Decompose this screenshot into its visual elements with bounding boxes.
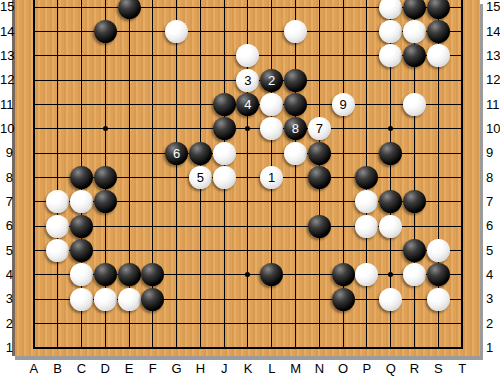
intersection-B7[interactable] xyxy=(46,190,70,214)
intersection-B9[interactable] xyxy=(46,141,70,165)
intersection-D2[interactable] xyxy=(93,311,117,335)
intersection-T15[interactable] xyxy=(450,0,474,19)
intersection-H3[interactable] xyxy=(188,287,212,311)
intersection-G6[interactable] xyxy=(165,214,189,238)
intersection-K7[interactable] xyxy=(236,190,260,214)
intersection-R3[interactable] xyxy=(403,287,427,311)
intersection-A7[interactable] xyxy=(22,190,46,214)
intersection-F8[interactable] xyxy=(141,165,165,189)
intersection-C2[interactable] xyxy=(70,311,94,335)
intersection-E14[interactable] xyxy=(117,19,141,43)
intersection-D14[interactable] xyxy=(93,19,117,43)
intersection-M1[interactable] xyxy=(284,336,308,360)
intersection-D4[interactable] xyxy=(93,263,117,287)
intersection-N3[interactable] xyxy=(307,287,331,311)
intersection-E8[interactable] xyxy=(117,165,141,189)
intersection-K9[interactable] xyxy=(236,141,260,165)
intersection-G2[interactable] xyxy=(165,311,189,335)
intersection-J9[interactable] xyxy=(212,141,236,165)
intersection-P7[interactable] xyxy=(355,190,379,214)
intersection-G15[interactable] xyxy=(165,0,189,19)
intersection-N8[interactable] xyxy=(307,165,331,189)
intersection-H10[interactable] xyxy=(188,117,212,141)
stone-white-P6 xyxy=(355,215,378,238)
intersection-A3[interactable] xyxy=(22,287,46,311)
intersection-Q14[interactable] xyxy=(379,19,403,43)
intersection-Q2[interactable] xyxy=(379,311,403,335)
intersection-T7[interactable] xyxy=(450,190,474,214)
intersection-F15[interactable] xyxy=(141,0,165,19)
intersection-R11[interactable] xyxy=(403,92,427,116)
intersection-K15[interactable] xyxy=(236,0,260,19)
intersection-L7[interactable] xyxy=(260,190,284,214)
intersection-F4[interactable] xyxy=(141,263,165,287)
intersection-D3[interactable] xyxy=(93,287,117,311)
intersection-P10[interactable] xyxy=(355,117,379,141)
intersection-H11[interactable] xyxy=(188,92,212,116)
intersection-P2[interactable] xyxy=(355,311,379,335)
intersection-E6[interactable] xyxy=(117,214,141,238)
intersection-N1[interactable] xyxy=(307,336,331,360)
intersection-S12[interactable] xyxy=(426,68,450,92)
intersection-L15[interactable] xyxy=(260,0,284,19)
intersection-H6[interactable] xyxy=(188,214,212,238)
intersection-B6[interactable] xyxy=(46,214,70,238)
stone-white-J9 xyxy=(213,142,236,165)
intersection-C8[interactable] xyxy=(70,165,94,189)
intersection-O9[interactable] xyxy=(331,141,355,165)
intersection-Q3[interactable] xyxy=(379,287,403,311)
intersection-B5[interactable] xyxy=(46,238,70,262)
intersection-J2[interactable] xyxy=(212,311,236,335)
intersection-L11[interactable] xyxy=(260,92,284,116)
intersection-G4[interactable] xyxy=(165,263,189,287)
intersection-G11[interactable] xyxy=(165,92,189,116)
intersection-C4[interactable] xyxy=(70,263,94,287)
intersection-Q11[interactable] xyxy=(379,92,403,116)
intersection-M14[interactable] xyxy=(284,19,308,43)
column-label-R: R xyxy=(405,361,425,377)
intersection-H7[interactable] xyxy=(188,190,212,214)
intersection-H14[interactable] xyxy=(188,19,212,43)
intersection-P12[interactable] xyxy=(355,68,379,92)
intersection-E15[interactable] xyxy=(117,0,141,19)
intersection-S13[interactable] xyxy=(426,44,450,68)
intersection-G12[interactable] xyxy=(165,68,189,92)
stone-black-D8 xyxy=(94,166,117,189)
intersection-B3[interactable] xyxy=(46,287,70,311)
move-number-label: 6 xyxy=(173,147,180,160)
intersection-Q5[interactable] xyxy=(379,238,403,262)
intersection-N13[interactable] xyxy=(307,44,331,68)
intersection-H12[interactable] xyxy=(188,68,212,92)
intersection-C12[interactable] xyxy=(70,68,94,92)
intersection-N7[interactable] xyxy=(307,190,331,214)
intersection-S2[interactable] xyxy=(426,311,450,335)
intersection-C15[interactable] xyxy=(70,0,94,19)
intersection-J13[interactable] xyxy=(212,44,236,68)
intersection-F12[interactable] xyxy=(141,68,165,92)
intersection-R15[interactable] xyxy=(403,0,427,19)
intersection-P4[interactable] xyxy=(355,263,379,287)
intersection-F6[interactable] xyxy=(141,214,165,238)
intersection-M2[interactable] xyxy=(284,311,308,335)
intersection-P11[interactable] xyxy=(355,92,379,116)
intersection-M13[interactable] xyxy=(284,44,308,68)
intersection-T5[interactable] xyxy=(450,238,474,262)
intersection-H1[interactable] xyxy=(188,336,212,360)
intersection-T10[interactable] xyxy=(450,117,474,141)
intersection-A12[interactable] xyxy=(22,68,46,92)
intersection-P1[interactable] xyxy=(355,336,379,360)
intersection-F5[interactable] xyxy=(141,238,165,262)
intersection-L12[interactable]: 2 xyxy=(260,68,284,92)
column-label-L: L xyxy=(262,361,282,377)
intersection-B2[interactable] xyxy=(46,311,70,335)
intersection-M5[interactable] xyxy=(284,238,308,262)
intersection-D7[interactable] xyxy=(93,190,117,214)
intersection-J4[interactable] xyxy=(212,263,236,287)
intersection-K10[interactable] xyxy=(236,117,260,141)
intersection-P15[interactable] xyxy=(355,0,379,19)
intersection-O10[interactable] xyxy=(331,117,355,141)
intersection-A1[interactable] xyxy=(22,336,46,360)
intersection-J7[interactable] xyxy=(212,190,236,214)
intersection-D10[interactable] xyxy=(93,117,117,141)
intersection-O11[interactable]: 9 xyxy=(331,92,355,116)
intersection-L14[interactable] xyxy=(260,19,284,43)
intersection-F9[interactable] xyxy=(141,141,165,165)
intersection-M15[interactable] xyxy=(284,0,308,19)
intersection-E1[interactable] xyxy=(117,336,141,360)
intersection-S9[interactable] xyxy=(426,141,450,165)
intersection-B13[interactable] xyxy=(46,44,70,68)
intersection-E2[interactable] xyxy=(117,311,141,335)
intersection-K6[interactable] xyxy=(236,214,260,238)
intersection-J11[interactable] xyxy=(212,92,236,116)
intersection-D15[interactable] xyxy=(93,0,117,19)
intersection-F14[interactable] xyxy=(141,19,165,43)
intersection-C6[interactable] xyxy=(70,214,94,238)
intersection-P6[interactable] xyxy=(355,214,379,238)
intersection-K4[interactable] xyxy=(236,263,260,287)
column-label-T: T xyxy=(452,361,472,377)
intersection-A4[interactable] xyxy=(22,263,46,287)
intersection-L9[interactable] xyxy=(260,141,284,165)
intersection-L6[interactable] xyxy=(260,214,284,238)
intersection-J1[interactable] xyxy=(212,336,236,360)
intersection-R8[interactable] xyxy=(403,165,427,189)
intersection-T11[interactable] xyxy=(450,92,474,116)
intersection-N6[interactable] xyxy=(307,214,331,238)
intersection-O14[interactable] xyxy=(331,19,355,43)
intersection-R9[interactable] xyxy=(403,141,427,165)
intersection-C13[interactable] xyxy=(70,44,94,68)
intersection-R6[interactable] xyxy=(403,214,427,238)
intersection-H13[interactable] xyxy=(188,44,212,68)
intersection-B4[interactable] xyxy=(46,263,70,287)
intersection-Q4[interactable] xyxy=(379,263,403,287)
intersection-N14[interactable] xyxy=(307,19,331,43)
intersection-T9[interactable] xyxy=(450,141,474,165)
intersection-O3[interactable] xyxy=(331,287,355,311)
intersection-M7[interactable] xyxy=(284,190,308,214)
intersection-T13[interactable] xyxy=(450,44,474,68)
intersection-Q7[interactable] xyxy=(379,190,403,214)
intersection-H9[interactable] xyxy=(188,141,212,165)
intersection-B10[interactable] xyxy=(46,117,70,141)
intersection-N2[interactable] xyxy=(307,311,331,335)
intersection-N15[interactable] xyxy=(307,0,331,19)
intersection-K13[interactable] xyxy=(236,44,260,68)
intersection-D12[interactable] xyxy=(93,68,117,92)
intersection-O15[interactable] xyxy=(331,0,355,19)
stone-black-Q7 xyxy=(379,190,402,213)
intersection-G3[interactable] xyxy=(165,287,189,311)
intersection-T1[interactable] xyxy=(450,336,474,360)
intersection-C7[interactable] xyxy=(70,190,94,214)
intersection-J3[interactable] xyxy=(212,287,236,311)
intersection-O13[interactable] xyxy=(331,44,355,68)
intersection-B14[interactable] xyxy=(46,19,70,43)
intersection-R10[interactable] xyxy=(403,117,427,141)
intersection-K14[interactable] xyxy=(236,19,260,43)
intersection-R2[interactable] xyxy=(403,311,427,335)
intersection-H4[interactable] xyxy=(188,263,212,287)
intersection-J12[interactable] xyxy=(212,68,236,92)
intersection-K12[interactable]: 3 xyxy=(236,68,260,92)
intersection-N4[interactable] xyxy=(307,263,331,287)
intersection-L2[interactable] xyxy=(260,311,284,335)
intersection-H2[interactable] xyxy=(188,311,212,335)
intersection-S15[interactable] xyxy=(426,0,450,19)
intersection-J10[interactable] xyxy=(212,117,236,141)
intersection-N9[interactable] xyxy=(307,141,331,165)
intersection-J14[interactable] xyxy=(212,19,236,43)
intersection-G10[interactable] xyxy=(165,117,189,141)
intersection-D5[interactable] xyxy=(93,238,117,262)
intersection-L10[interactable] xyxy=(260,117,284,141)
intersection-B1[interactable] xyxy=(46,336,70,360)
intersection-D8[interactable] xyxy=(93,165,117,189)
intersection-F11[interactable] xyxy=(141,92,165,116)
intersection-Q1[interactable] xyxy=(379,336,403,360)
intersection-A15[interactable] xyxy=(22,0,46,19)
intersection-R1[interactable] xyxy=(403,336,427,360)
intersection-A5[interactable] xyxy=(22,238,46,262)
intersection-K2[interactable] xyxy=(236,311,260,335)
intersection-M4[interactable] xyxy=(284,263,308,287)
intersection-E4[interactable] xyxy=(117,263,141,287)
intersection-K11[interactable]: 4 xyxy=(236,92,260,116)
intersection-C10[interactable] xyxy=(70,117,94,141)
intersection-P13[interactable] xyxy=(355,44,379,68)
intersection-L3[interactable] xyxy=(260,287,284,311)
intersection-C1[interactable] xyxy=(70,336,94,360)
intersection-B12[interactable] xyxy=(46,68,70,92)
intersection-S6[interactable] xyxy=(426,214,450,238)
intersection-S4[interactable] xyxy=(426,263,450,287)
intersection-G13[interactable] xyxy=(165,44,189,68)
intersection-D1[interactable] xyxy=(93,336,117,360)
intersection-Q6[interactable] xyxy=(379,214,403,238)
intersection-M12[interactable] xyxy=(284,68,308,92)
intersection-S8[interactable] xyxy=(426,165,450,189)
intersection-L1[interactable] xyxy=(260,336,284,360)
intersection-Q15[interactable] xyxy=(379,0,403,19)
intersection-H5[interactable] xyxy=(188,238,212,262)
intersection-G14[interactable] xyxy=(165,19,189,43)
intersection-B11[interactable] xyxy=(46,92,70,116)
intersection-A8[interactable] xyxy=(22,165,46,189)
intersection-J5[interactable] xyxy=(212,238,236,262)
intersection-M11[interactable] xyxy=(284,92,308,116)
intersection-Q12[interactable] xyxy=(379,68,403,92)
intersection-A6[interactable] xyxy=(22,214,46,238)
intersection-S5[interactable] xyxy=(426,238,450,262)
intersection-F2[interactable] xyxy=(141,311,165,335)
intersection-M8[interactable] xyxy=(284,165,308,189)
intersection-F3[interactable] xyxy=(141,287,165,311)
intersection-R7[interactable] xyxy=(403,190,427,214)
intersection-E9[interactable] xyxy=(117,141,141,165)
intersection-M9[interactable] xyxy=(284,141,308,165)
intersection-S1[interactable] xyxy=(426,336,450,360)
intersection-P5[interactable] xyxy=(355,238,379,262)
intersection-L4[interactable] xyxy=(260,263,284,287)
intersection-F1[interactable] xyxy=(141,336,165,360)
intersection-T4[interactable] xyxy=(450,263,474,287)
intersection-R14[interactable] xyxy=(403,19,427,43)
intersection-N10[interactable]: 7 xyxy=(307,117,331,141)
intersection-O4[interactable] xyxy=(331,263,355,287)
intersection-O1[interactable] xyxy=(331,336,355,360)
intersection-F10[interactable] xyxy=(141,117,165,141)
intersection-J15[interactable] xyxy=(212,0,236,19)
intersection-J8[interactable] xyxy=(212,165,236,189)
intersection-A14[interactable] xyxy=(22,19,46,43)
intersection-O6[interactable] xyxy=(331,214,355,238)
intersection-T3[interactable] xyxy=(450,287,474,311)
intersection-C5[interactable] xyxy=(70,238,94,262)
intersection-S10[interactable] xyxy=(426,117,450,141)
intersection-M6[interactable] xyxy=(284,214,308,238)
intersection-T14[interactable] xyxy=(450,19,474,43)
intersection-A11[interactable] xyxy=(22,92,46,116)
intersection-R5[interactable] xyxy=(403,238,427,262)
intersection-H15[interactable] xyxy=(188,0,212,19)
intersection-L13[interactable] xyxy=(260,44,284,68)
intersection-Q10[interactable] xyxy=(379,117,403,141)
stone-white-M14 xyxy=(284,20,307,43)
intersection-O12[interactable] xyxy=(331,68,355,92)
intersection-G1[interactable] xyxy=(165,336,189,360)
intersection-J6[interactable] xyxy=(212,214,236,238)
intersection-K1[interactable] xyxy=(236,336,260,360)
intersection-S11[interactable] xyxy=(426,92,450,116)
intersection-T6[interactable] xyxy=(450,214,474,238)
intersection-L8[interactable]: 1 xyxy=(260,165,284,189)
column-label-J: J xyxy=(214,361,234,377)
intersection-E3[interactable] xyxy=(117,287,141,311)
intersection-O8[interactable] xyxy=(331,165,355,189)
row-label-left-14: 14 xyxy=(0,23,13,41)
stone-black-K11-move-4: 4 xyxy=(236,93,259,116)
intersection-E12[interactable] xyxy=(117,68,141,92)
intersection-R13[interactable] xyxy=(403,44,427,68)
intersection-S7[interactable] xyxy=(426,190,450,214)
intersection-C9[interactable] xyxy=(70,141,94,165)
intersection-D13[interactable] xyxy=(93,44,117,68)
intersection-Q8[interactable] xyxy=(379,165,403,189)
column-label-O: O xyxy=(333,361,353,377)
intersection-M3[interactable] xyxy=(284,287,308,311)
intersection-H8[interactable]: 5 xyxy=(188,165,212,189)
intersection-O7[interactable] xyxy=(331,190,355,214)
intersection-D9[interactable] xyxy=(93,141,117,165)
intersection-L5[interactable] xyxy=(260,238,284,262)
intersection-P14[interactable] xyxy=(355,19,379,43)
intersection-O5[interactable] xyxy=(331,238,355,262)
intersection-A13[interactable] xyxy=(22,44,46,68)
intersection-B15[interactable] xyxy=(46,0,70,19)
intersection-B8[interactable] xyxy=(46,165,70,189)
intersection-M10[interactable]: 8 xyxy=(284,117,308,141)
intersection-C3[interactable] xyxy=(70,287,94,311)
intersection-O2[interactable] xyxy=(331,311,355,335)
intersection-E5[interactable] xyxy=(117,238,141,262)
intersection-R4[interactable] xyxy=(403,263,427,287)
intersection-R12[interactable] xyxy=(403,68,427,92)
intersection-E7[interactable] xyxy=(117,190,141,214)
stone-white-G14 xyxy=(165,20,188,43)
intersection-K3[interactable] xyxy=(236,287,260,311)
intersection-C14[interactable] xyxy=(70,19,94,43)
row-label-right-13: 13 xyxy=(486,47,500,65)
intersection-G7[interactable] xyxy=(165,190,189,214)
intersection-D11[interactable] xyxy=(93,92,117,116)
intersection-N11[interactable] xyxy=(307,92,331,116)
intersection-Q9[interactable] xyxy=(379,141,403,165)
intersection-G5[interactable] xyxy=(165,238,189,262)
intersection-F13[interactable] xyxy=(141,44,165,68)
intersection-G8[interactable] xyxy=(165,165,189,189)
intersection-P9[interactable] xyxy=(355,141,379,165)
intersection-C11[interactable] xyxy=(70,92,94,116)
intersection-A2[interactable] xyxy=(22,311,46,335)
intersection-K8[interactable] xyxy=(236,165,260,189)
intersection-A10[interactable] xyxy=(22,117,46,141)
intersection-P3[interactable] xyxy=(355,287,379,311)
intersection-E10[interactable] xyxy=(117,117,141,141)
intersection-E13[interactable] xyxy=(117,44,141,68)
intersection-P8[interactable] xyxy=(355,165,379,189)
intersection-A9[interactable] xyxy=(22,141,46,165)
intersection-Q13[interactable] xyxy=(379,44,403,68)
intersection-E11[interactable] xyxy=(117,92,141,116)
intersection-T2[interactable] xyxy=(450,311,474,335)
intersection-T12[interactable] xyxy=(450,68,474,92)
intersection-D6[interactable] xyxy=(93,214,117,238)
intersection-K5[interactable] xyxy=(236,238,260,262)
intersection-F7[interactable] xyxy=(141,190,165,214)
intersection-S14[interactable] xyxy=(426,19,450,43)
intersection-N12[interactable] xyxy=(307,68,331,92)
intersection-S3[interactable] xyxy=(426,287,450,311)
intersection-T8[interactable] xyxy=(450,165,474,189)
intersection-N5[interactable] xyxy=(307,238,331,262)
intersection-G9[interactable]: 6 xyxy=(165,141,189,165)
